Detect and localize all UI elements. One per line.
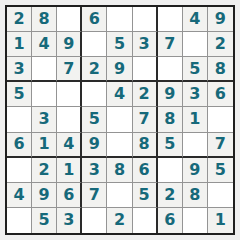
cell-r2c4[interactable] — [82, 32, 107, 57]
cell-r3c7[interactable] — [158, 57, 183, 82]
cell-r3c5[interactable]: 9 — [107, 57, 132, 82]
cell-r5c8[interactable]: 1 — [183, 107, 208, 132]
cell-r6c9[interactable]: 7 — [208, 133, 233, 158]
cell-r1c8[interactable]: 4 — [183, 7, 208, 32]
cell-r2c3[interactable]: 9 — [57, 32, 82, 57]
cell-r2c5[interactable]: 5 — [107, 32, 132, 57]
cell-r4c3[interactable] — [57, 82, 82, 107]
cell-r9c3[interactable]: 3 — [57, 208, 82, 233]
cell-r5c3[interactable] — [57, 107, 82, 132]
cell-r6c5[interactable] — [107, 133, 132, 158]
cell-r5c6[interactable]: 7 — [133, 107, 158, 132]
cell-r2c8[interactable] — [183, 32, 208, 57]
cell-r2c7[interactable]: 7 — [158, 32, 183, 57]
cell-r1c5[interactable] — [107, 7, 132, 32]
cell-r7c2[interactable]: 2 — [32, 158, 57, 183]
cell-r9c6[interactable] — [133, 208, 158, 233]
cell-r5c9[interactable] — [208, 107, 233, 132]
cell-r3c9[interactable]: 8 — [208, 57, 233, 82]
cell-r6c7[interactable]: 5 — [158, 133, 183, 158]
cell-r8c3[interactable]: 6 — [57, 183, 82, 208]
cell-r9c4[interactable] — [82, 208, 107, 233]
cell-r5c4[interactable]: 5 — [82, 107, 107, 132]
cell-r2c2[interactable]: 4 — [32, 32, 57, 57]
cell-r3c4[interactable]: 2 — [82, 57, 107, 82]
cell-r6c6[interactable]: 8 — [133, 133, 158, 158]
cell-r2c1[interactable]: 1 — [7, 32, 32, 57]
cell-r8c5[interactable] — [107, 183, 132, 208]
cell-r8c4[interactable]: 7 — [82, 183, 107, 208]
cell-r3c1[interactable]: 3 — [7, 57, 32, 82]
cell-r8c6[interactable]: 5 — [133, 183, 158, 208]
cell-r8c8[interactable]: 8 — [183, 183, 208, 208]
cell-r9c9[interactable]: 1 — [208, 208, 233, 233]
cell-r5c1[interactable] — [7, 107, 32, 132]
cell-r4c2[interactable] — [32, 82, 57, 107]
cell-r1c3[interactable] — [57, 7, 82, 32]
cell-r5c7[interactable]: 8 — [158, 107, 183, 132]
cell-r1c6[interactable] — [133, 7, 158, 32]
cell-r1c9[interactable]: 9 — [208, 7, 233, 32]
cell-r9c7[interactable]: 6 — [158, 208, 183, 233]
cell-r2c9[interactable]: 2 — [208, 32, 233, 57]
cell-r3c8[interactable]: 5 — [183, 57, 208, 82]
cell-r7c6[interactable]: 6 — [133, 158, 158, 183]
cell-r7c9[interactable]: 5 — [208, 158, 233, 183]
cell-r2c6[interactable]: 3 — [133, 32, 158, 57]
cell-r4c4[interactable] — [82, 82, 107, 107]
cell-r1c4[interactable]: 6 — [82, 7, 107, 32]
cell-r4c8[interactable]: 3 — [183, 82, 208, 107]
cell-r6c8[interactable] — [183, 133, 208, 158]
cell-r1c7[interactable] — [158, 7, 183, 32]
cell-r8c7[interactable]: 2 — [158, 183, 183, 208]
cell-r4c6[interactable]: 2 — [133, 82, 158, 107]
cell-r3c2[interactable] — [32, 57, 57, 82]
cell-r3c3[interactable]: 7 — [57, 57, 82, 82]
cell-r4c5[interactable]: 4 — [107, 82, 132, 107]
cell-r1c2[interactable]: 8 — [32, 7, 57, 32]
cell-r8c9[interactable] — [208, 183, 233, 208]
cell-r7c4[interactable]: 3 — [82, 158, 107, 183]
cell-r5c5[interactable] — [107, 107, 132, 132]
cell-r9c8[interactable] — [183, 208, 208, 233]
cell-r1c1[interactable]: 2 — [7, 7, 32, 32]
cell-r9c1[interactable] — [7, 208, 32, 233]
cell-r4c1[interactable]: 5 — [7, 82, 32, 107]
cell-r7c8[interactable]: 9 — [183, 158, 208, 183]
cell-r3c6[interactable] — [133, 57, 158, 82]
cell-r6c2[interactable]: 1 — [32, 133, 57, 158]
cell-r6c4[interactable]: 9 — [82, 133, 107, 158]
cell-r9c5[interactable]: 2 — [107, 208, 132, 233]
cell-r4c9[interactable]: 6 — [208, 82, 233, 107]
cell-r9c2[interactable]: 5 — [32, 208, 57, 233]
cell-r6c3[interactable]: 4 — [57, 133, 82, 158]
cell-r7c1[interactable] — [7, 158, 32, 183]
sudoku-board: 2864914953723729585429363578161498572138… — [5, 5, 235, 235]
cell-r7c3[interactable]: 1 — [57, 158, 82, 183]
cell-r7c5[interactable]: 8 — [107, 158, 132, 183]
cell-r6c1[interactable]: 6 — [7, 133, 32, 158]
cell-r4c7[interactable]: 9 — [158, 82, 183, 107]
cell-r7c7[interactable] — [158, 158, 183, 183]
cell-r5c2[interactable]: 3 — [32, 107, 57, 132]
cell-r8c2[interactable]: 9 — [32, 183, 57, 208]
cell-r8c1[interactable]: 4 — [7, 183, 32, 208]
